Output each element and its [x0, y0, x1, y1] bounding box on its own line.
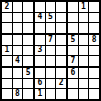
cell-r4c5[interactable]: 7	[46, 35, 56, 45]
cell-r3c7[interactable]	[68, 23, 78, 33]
cell-r1c8[interactable]: 1	[79, 2, 89, 12]
cell-r7c8[interactable]	[79, 68, 89, 78]
cell-r3c8[interactable]	[79, 23, 89, 33]
cell-r7c4[interactable]	[35, 68, 45, 78]
cell-r7c6[interactable]	[56, 68, 66, 78]
cell-r3c4[interactable]	[35, 23, 45, 33]
cell-r6c9[interactable]	[89, 56, 99, 66]
cell-r3c1[interactable]	[2, 23, 12, 33]
cell-r9c3[interactable]	[23, 89, 33, 99]
cell-r5c5[interactable]	[46, 46, 56, 56]
cell-r9c4[interactable]: 1	[35, 89, 45, 99]
cell-r6c1[interactable]	[2, 56, 12, 66]
cell-r5c6[interactable]	[56, 46, 66, 56]
cell-r7c3[interactable]: 5	[23, 68, 33, 78]
box-3: 1	[68, 2, 99, 33]
cell-r1c5[interactable]	[46, 2, 56, 12]
cell-r6c7[interactable]: 7	[68, 56, 78, 66]
box-8: 621	[35, 68, 66, 99]
cell-r9c2[interactable]: 8	[13, 89, 23, 99]
cell-r1c3[interactable]	[23, 2, 33, 12]
cell-r5c7[interactable]	[68, 46, 78, 56]
cell-r9c5[interactable]	[46, 89, 56, 99]
cell-r4c3[interactable]	[23, 35, 33, 45]
cell-r2c9[interactable]	[89, 13, 99, 23]
box-7: 58	[2, 68, 33, 99]
cell-r8c6[interactable]: 2	[56, 79, 66, 89]
cell-r1c2[interactable]	[13, 2, 23, 12]
cell-r8c4[interactable]: 6	[35, 79, 45, 89]
box-5: 73	[35, 35, 66, 66]
cell-r2c6[interactable]	[56, 13, 66, 23]
cell-r3c5[interactable]	[46, 23, 56, 33]
cell-r6c6[interactable]	[56, 56, 66, 66]
cell-r1c9[interactable]	[89, 2, 99, 12]
box-6: 587	[68, 35, 99, 66]
cell-r2c7[interactable]	[68, 13, 78, 23]
cell-r8c7[interactable]	[68, 79, 78, 89]
cell-r1c6[interactable]	[56, 2, 66, 12]
cell-r8c1[interactable]	[2, 79, 12, 89]
cell-r4c1[interactable]	[2, 35, 12, 45]
cell-r7c2[interactable]	[13, 68, 23, 78]
box-9: 6	[68, 68, 99, 99]
cell-r4c7[interactable]: 5	[68, 35, 78, 45]
cell-r9c9[interactable]	[89, 89, 99, 99]
cell-r9c8[interactable]	[79, 89, 89, 99]
cell-r2c2[interactable]	[13, 13, 23, 23]
cell-r1c1[interactable]: 2	[2, 2, 12, 12]
cell-r6c3[interactable]	[23, 56, 33, 66]
box-1: 2	[2, 2, 33, 33]
cell-r7c5[interactable]	[46, 68, 56, 78]
cell-r4c9[interactable]: 8	[89, 35, 99, 45]
cell-r5c2[interactable]	[13, 46, 23, 56]
cell-r8c5[interactable]	[46, 79, 56, 89]
cell-r2c4[interactable]: 4	[35, 13, 45, 23]
cell-r3c3[interactable]	[23, 23, 33, 33]
cell-r4c4[interactable]	[35, 35, 45, 45]
cell-r2c8[interactable]	[79, 13, 89, 23]
cell-r5c8[interactable]	[79, 46, 89, 56]
cell-r5c4[interactable]: 3	[35, 46, 45, 56]
cell-r9c7[interactable]	[68, 89, 78, 99]
sudoku-board: 24511473587586216	[0, 0, 101, 101]
cell-r8c2[interactable]	[13, 79, 23, 89]
cell-r6c4[interactable]	[35, 56, 45, 66]
cell-r4c2[interactable]	[13, 35, 23, 45]
cell-r2c1[interactable]	[2, 13, 12, 23]
cell-r7c7[interactable]: 6	[68, 68, 78, 78]
cell-r2c5[interactable]: 5	[46, 13, 56, 23]
cell-r3c2[interactable]	[13, 23, 23, 33]
cell-r8c8[interactable]	[79, 79, 89, 89]
cell-r7c9[interactable]	[89, 68, 99, 78]
cell-r9c1[interactable]	[2, 89, 12, 99]
cell-r5c3[interactable]	[23, 46, 33, 56]
cell-r3c9[interactable]	[89, 23, 99, 33]
cell-r6c8[interactable]	[79, 56, 89, 66]
cell-r6c2[interactable]: 4	[13, 56, 23, 66]
cell-r8c3[interactable]	[23, 79, 33, 89]
cell-r1c4[interactable]	[35, 2, 45, 12]
cell-r8c9[interactable]	[89, 79, 99, 89]
cell-r3c6[interactable]	[56, 23, 66, 33]
cell-r5c9[interactable]	[89, 46, 99, 56]
cell-r9c6[interactable]	[56, 89, 66, 99]
cell-r7c1[interactable]	[2, 68, 12, 78]
cell-r6c5[interactable]	[46, 56, 56, 66]
cell-r2c3[interactable]	[23, 13, 33, 23]
cell-r4c8[interactable]	[79, 35, 89, 45]
box-4: 14	[2, 35, 33, 66]
cell-r1c7[interactable]	[68, 2, 78, 12]
cell-r5c1[interactable]: 1	[2, 46, 12, 56]
cell-r4c6[interactable]	[56, 35, 66, 45]
box-2: 45	[35, 2, 66, 33]
